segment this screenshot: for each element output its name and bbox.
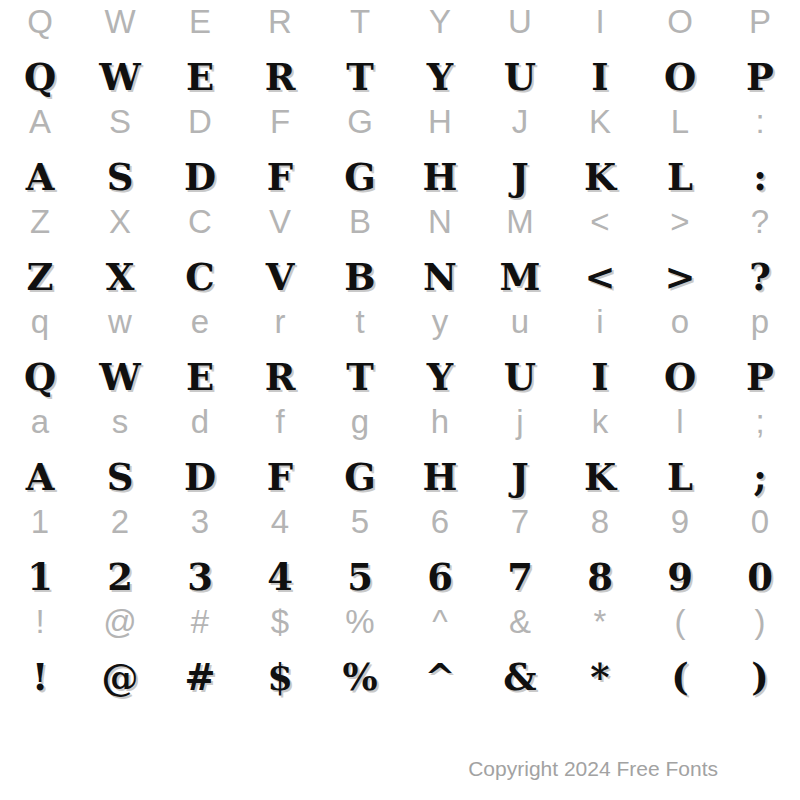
glyph-cell-r6c2: X [80,244,160,300]
glyph-cell-r2c9: O [640,44,720,100]
glyph-cell-r7c10: p [720,300,800,344]
glyph-cell-r2c4: R [240,44,320,100]
glyph-cell-r2c7: U [480,44,560,100]
glyph-cell-r1c8: I [560,0,640,44]
glyph-cell-r8c6: Y [400,344,480,400]
glyph-cell-r3c6: H [400,100,480,144]
glyph-cell-r4c9: L [640,144,720,200]
glyph-cell-r12c2: 2 [80,544,160,600]
glyph-cell-r14c6: ^ [400,644,480,700]
glyph-cell-r8c3: E [160,344,240,400]
glyph-cell-r1c5: T [320,0,400,44]
glyph-cell-r1c9: O [640,0,720,44]
glyph-cell-r9c1: a [0,400,80,444]
glyph-cell-r11c3: 3 [160,500,240,544]
glyph-cell-r12c8: 8 [560,544,640,600]
glyph-cell-r14c10: ) [720,644,800,700]
glyph-cell-r3c3: D [160,100,240,144]
glyph-cell-r5c6: N [400,200,480,244]
glyph-cell-r10c6: H [400,444,480,500]
glyph-cell-r8c4: R [240,344,320,400]
glyph-cell-r9c3: d [160,400,240,444]
glyph-cell-r2c6: Y [400,44,480,100]
glyph-cell-r10c2: S [80,444,160,500]
glyph-cell-r2c1: Q [0,44,80,100]
glyph-cell-r1c6: Y [400,0,480,44]
glyph-cell-r10c8: K [560,444,640,500]
glyph-cell-r3c7: J [480,100,560,144]
glyph-cell-r2c5: T [320,44,400,100]
glyph-cell-r11c10: 0 [720,500,800,544]
glyph-cell-r3c8: K [560,100,640,144]
glyph-cell-r3c9: L [640,100,720,144]
glyph-cell-r8c9: O [640,344,720,400]
glyph-cell-r10c5: G [320,444,400,500]
glyph-cell-r9c10: ; [720,400,800,444]
glyph-cell-r13c2: @ [80,600,160,644]
glyph-cell-r1c7: U [480,0,560,44]
glyph-cell-r12c7: 7 [480,544,560,600]
glyph-cell-r12c1: 1 [0,544,80,600]
glyph-cell-r8c5: T [320,344,400,400]
glyph-cell-r14c4: $ [240,644,320,700]
glyph-cell-r11c1: 1 [0,500,80,544]
glyph-cell-r9c9: l [640,400,720,444]
glyph-cell-r14c9: ( [640,644,720,700]
band-4: qwertyuiopQWERTYUIOP [0,300,800,400]
glyph-cell-r7c6: y [400,300,480,344]
glyph-cell-r12c6: 6 [400,544,480,600]
glyph-cell-r5c7: M [480,200,560,244]
glyph-cell-r10c9: L [640,444,720,500]
glyph-cell-r3c10: : [720,100,800,144]
glyph-cell-r4c7: J [480,144,560,200]
glyph-cell-r9c2: s [80,400,160,444]
glyph-cell-r5c10: ? [720,200,800,244]
glyph-cell-r6c4: V [240,244,320,300]
glyph-cell-r8c7: U [480,344,560,400]
glyph-cell-r13c9: ( [640,600,720,644]
glyph-cell-r14c3: # [160,644,240,700]
glyph-cell-r10c10: ; [720,444,800,500]
glyph-cell-r5c3: C [160,200,240,244]
glyph-cell-r2c8: I [560,44,640,100]
glyph-cell-r7c5: t [320,300,400,344]
glyph-cell-r7c1: q [0,300,80,344]
glyph-cell-r11c8: 8 [560,500,640,544]
glyph-cell-r4c2: S [80,144,160,200]
glyph-cell-r11c4: 4 [240,500,320,544]
glyph-cell-r6c7: M [480,244,560,300]
glyph-cell-r8c1: Q [0,344,80,400]
glyph-cell-r11c2: 2 [80,500,160,544]
glyph-cell-r11c6: 6 [400,500,480,544]
glyph-cell-r7c7: u [480,300,560,344]
glyph-cell-r8c8: I [560,344,640,400]
copyright-text: Copyright 2024 Free Fonts [468,757,718,781]
glyph-cell-r1c3: E [160,0,240,44]
glyph-cell-r8c2: W [80,344,160,400]
glyph-cell-r14c2: @ [80,644,160,700]
glyph-cell-r6c3: C [160,244,240,300]
glyph-cell-r5c1: Z [0,200,80,244]
glyph-cell-r1c10: P [720,0,800,44]
glyph-cell-r14c5: % [320,644,400,700]
glyph-cell-r6c6: N [400,244,480,300]
glyph-cell-r1c4: R [240,0,320,44]
glyph-cell-r2c2: W [80,44,160,100]
glyph-cell-r12c3: 3 [160,544,240,600]
glyph-cell-r14c7: & [480,644,560,700]
glyph-cell-r4c3: D [160,144,240,200]
glyph-cell-r12c5: 5 [320,544,400,600]
glyph-cell-r3c1: A [0,100,80,144]
band-7: !@#$%^&*()!@#$%^&*() [0,600,800,700]
glyph-cell-r9c6: h [400,400,480,444]
glyph-cell-r9c4: f [240,400,320,444]
band-3: ZXCVBNM<>?ZXCVBNM<>? [0,200,800,300]
glyph-cell-r14c1: ! [0,644,80,700]
glyph-cell-r6c10: ? [720,244,800,300]
glyph-cell-r13c6: ^ [400,600,480,644]
glyph-cell-r12c4: 4 [240,544,320,600]
glyph-cell-r4c10: : [720,144,800,200]
glyph-cell-r4c6: H [400,144,480,200]
font-specimen-sheet: QWERTYUIOPQWERTYUIOPASDFGHJKL:ASDFGHJKL:… [0,0,800,800]
glyph-cell-r5c9: > [640,200,720,244]
glyph-cell-r2c10: P [720,44,800,100]
glyph-cell-r13c1: ! [0,600,80,644]
glyph-cell-r11c9: 9 [640,500,720,544]
glyph-cell-r12c9: 9 [640,544,720,600]
glyph-cell-r9c7: j [480,400,560,444]
glyph-cell-r7c2: w [80,300,160,344]
band-2: ASDFGHJKL:ASDFGHJKL: [0,100,800,200]
glyph-cell-r11c7: 7 [480,500,560,544]
glyph-cell-r7c8: i [560,300,640,344]
glyph-cell-r13c4: $ [240,600,320,644]
glyph-cell-r6c5: B [320,244,400,300]
glyph-cell-r13c7: & [480,600,560,644]
glyph-cell-r10c7: J [480,444,560,500]
glyph-cell-r3c5: G [320,100,400,144]
glyph-cell-r5c8: < [560,200,640,244]
glyph-cell-r5c5: B [320,200,400,244]
glyph-cell-r7c9: o [640,300,720,344]
glyph-cell-r7c4: r [240,300,320,344]
glyph-cell-r9c5: g [320,400,400,444]
glyph-cell-r3c2: S [80,100,160,144]
glyph-cell-r1c2: W [80,0,160,44]
glyph-cell-r13c5: % [320,600,400,644]
glyph-cell-r7c3: e [160,300,240,344]
glyph-cell-r4c8: K [560,144,640,200]
glyph-cell-r4c4: F [240,144,320,200]
glyph-cell-r1c1: Q [0,0,80,44]
glyph-cell-r14c8: * [560,644,640,700]
glyph-cell-r13c3: # [160,600,240,644]
glyph-cell-r3c4: F [240,100,320,144]
glyph-cell-r13c10: ) [720,600,800,644]
glyph-cell-r13c8: * [560,600,640,644]
band-6: 12345678901234567890 [0,500,800,600]
glyph-cell-r10c3: D [160,444,240,500]
glyph-cell-r10c1: A [0,444,80,500]
glyph-cell-r9c8: k [560,400,640,444]
glyph-cell-r11c5: 5 [320,500,400,544]
glyph-cell-r4c5: G [320,144,400,200]
glyph-cell-r10c4: F [240,444,320,500]
glyph-cell-r6c1: Z [0,244,80,300]
character-grid: QWERTYUIOPQWERTYUIOPASDFGHJKL:ASDFGHJKL:… [0,0,800,700]
band-5: asdfghjkl;ASDFGHJKL; [0,400,800,500]
glyph-cell-r8c10: P [720,344,800,400]
glyph-cell-r2c3: E [160,44,240,100]
glyph-cell-r12c10: 0 [720,544,800,600]
glyph-cell-r6c9: > [640,244,720,300]
glyph-cell-r6c8: < [560,244,640,300]
glyph-cell-r5c4: V [240,200,320,244]
glyph-cell-r5c2: X [80,200,160,244]
glyph-cell-r4c1: A [0,144,80,200]
band-1: QWERTYUIOPQWERTYUIOP [0,0,800,100]
